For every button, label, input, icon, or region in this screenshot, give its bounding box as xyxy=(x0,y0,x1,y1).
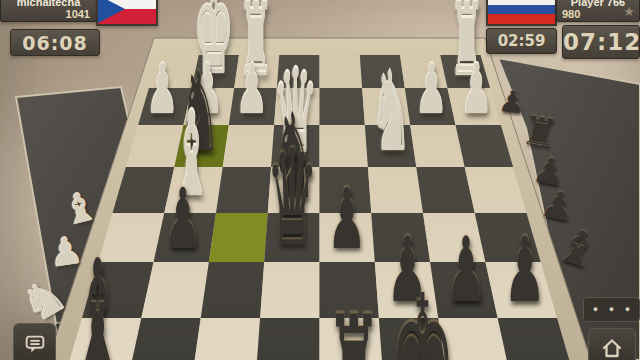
square-f5[interactable] xyxy=(209,213,268,262)
piece-bK-c8[interactable]: ♚ xyxy=(389,287,455,360)
home-icon xyxy=(598,335,626,360)
piece-bP-a6[interactable]: ♟ xyxy=(504,234,546,308)
player-left-name: michaltecna xyxy=(1,0,96,8)
more-options-button[interactable]: ● ● ● xyxy=(583,297,640,322)
star-icon: ★ xyxy=(623,5,635,18)
home-button[interactable] xyxy=(588,328,636,360)
piece-wN-c3[interactable]: ♞ xyxy=(371,69,412,159)
square-b3[interactable] xyxy=(410,125,465,167)
piece-bR-d8[interactable]: ♜ xyxy=(326,310,383,360)
chat-button[interactable] xyxy=(13,323,56,360)
captured-wB-left-tray: ♝ xyxy=(58,187,101,229)
piece-bP-g5[interactable]: ♟ xyxy=(163,184,202,253)
player-right-move-clock: 02:59 xyxy=(486,28,557,54)
square-b4[interactable] xyxy=(416,167,474,213)
piece-wP-f2[interactable]: ♟ xyxy=(236,62,268,118)
square-f4[interactable] xyxy=(216,167,271,213)
piece-wP-a2[interactable]: ♟ xyxy=(460,62,492,118)
piece-wP-b2[interactable]: ♟ xyxy=(416,62,448,118)
square-f6[interactable] xyxy=(201,262,264,318)
player-right-clock: 07:12 xyxy=(562,25,640,59)
square-d1[interactable] xyxy=(320,55,363,88)
captured-bR-right-tray: ♜ xyxy=(520,112,561,151)
square-f7[interactable] xyxy=(191,318,260,360)
game-screen: ♚♜♜♟♟♟♟♟♛♞♝♞♞♛♟♟♟♟♟♝♜♚♝♟♞♟♜♟♟♝ michaltec… xyxy=(0,0,640,360)
three-dots-icon: ● ● ● xyxy=(589,305,634,314)
piece-bB-h7[interactable]: ♝ xyxy=(73,254,123,360)
piece-bQ-e5[interactable]: ♛ xyxy=(266,145,319,253)
player-panel-left: michaltecna 1041 xyxy=(0,0,97,22)
chat-bubble-icon xyxy=(22,332,48,358)
player-left-rating: 1041 xyxy=(1,8,96,20)
captured-bP-right-tray: ♟ xyxy=(497,88,526,116)
player-left-clock: 06:08 xyxy=(10,29,100,56)
piece-bP-d5[interactable]: ♟ xyxy=(327,184,366,253)
russian-flag xyxy=(486,0,557,26)
player-panel-right: Player 766 980 ★ xyxy=(556,0,640,22)
square-d2[interactable] xyxy=(320,88,365,125)
square-d3[interactable] xyxy=(320,125,368,167)
czech-flag xyxy=(96,0,158,26)
square-e7[interactable] xyxy=(255,318,319,360)
